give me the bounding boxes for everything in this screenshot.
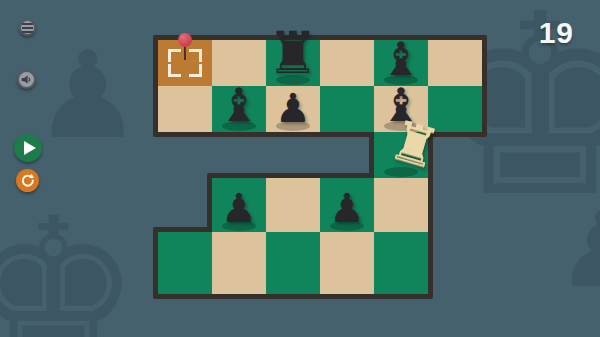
black-bishop-glyph: ♝ bbox=[380, 36, 421, 82]
restart-icon bbox=[20, 173, 35, 188]
target-square[interactable] bbox=[158, 40, 212, 86]
pawn-silhouette: ♟ bbox=[34, 36, 142, 156]
square-r5c1[interactable] bbox=[158, 232, 212, 294]
target-bracket-icon bbox=[168, 64, 181, 77]
black-rook-glyph: ♜ bbox=[267, 24, 319, 82]
board: ♜♝♝♟♝♟♟♜ bbox=[158, 40, 482, 294]
play-icon bbox=[24, 141, 36, 155]
square-r2c1[interactable] bbox=[158, 86, 212, 132]
black-pawn-glyph: ♟ bbox=[221, 188, 257, 228]
target-bracket-icon bbox=[189, 64, 202, 77]
square-r2c4[interactable] bbox=[320, 86, 374, 132]
square-r5c5[interactable] bbox=[374, 232, 428, 294]
game-screen: ♚ ♟ ♚ ♟ 19 ♜♝♝♟♝♟♟♜ bbox=[0, 0, 600, 337]
square-r5c4[interactable] bbox=[320, 232, 374, 294]
play-button[interactable] bbox=[14, 134, 42, 162]
square-r1c4[interactable] bbox=[320, 40, 374, 86]
square-r4c5[interactable] bbox=[374, 178, 428, 232]
black-bishop-glyph: ♝ bbox=[218, 82, 259, 128]
board-cells bbox=[158, 40, 482, 294]
restart-button[interactable] bbox=[16, 169, 39, 192]
square-r4c3[interactable] bbox=[266, 178, 320, 232]
menu-button[interactable] bbox=[19, 19, 36, 36]
king-silhouette: ♚ bbox=[0, 192, 141, 337]
pawn-silhouette: ♟ bbox=[556, 198, 600, 303]
target-pin-icon bbox=[178, 33, 192, 60]
speaker-icon bbox=[20, 73, 33, 86]
square-r1c6[interactable] bbox=[428, 40, 482, 86]
sound-button[interactable] bbox=[17, 70, 36, 89]
pin-ball bbox=[178, 33, 192, 47]
black-pawn-glyph: ♟ bbox=[329, 188, 365, 228]
hamburger-menu-icon bbox=[22, 27, 33, 29]
square-r5c2[interactable] bbox=[212, 232, 266, 294]
square-r5c3[interactable] bbox=[266, 232, 320, 294]
black-pawn-glyph: ♟ bbox=[275, 88, 311, 128]
level-number: 19 bbox=[539, 16, 574, 50]
pin-needle bbox=[184, 47, 186, 60]
